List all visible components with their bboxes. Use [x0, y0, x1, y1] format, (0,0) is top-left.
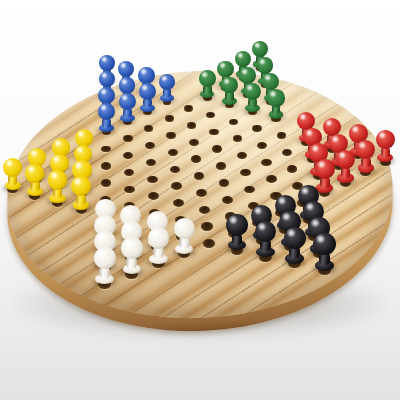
- peg-head: [119, 77, 136, 94]
- peg-head: [94, 247, 116, 269]
- board-hole[interactable]: [233, 135, 243, 142]
- peg-black[interactable]: [281, 227, 309, 270]
- peg-black[interactable]: [252, 221, 279, 263]
- peg-head: [159, 74, 176, 91]
- board-hole[interactable]: [252, 125, 261, 132]
- board-hole[interactable]: [123, 152, 133, 159]
- board-hole[interactable]: [184, 105, 193, 111]
- board-hole[interactable]: [203, 239, 215, 248]
- peg-head: [119, 93, 136, 110]
- peg-head: [139, 83, 156, 100]
- board-hole[interactable]: [257, 142, 267, 149]
- peg-head: [244, 83, 261, 100]
- peg-head: [315, 159, 335, 179]
- board-hole[interactable]: [187, 122, 196, 129]
- peg-white[interactable]: [118, 237, 146, 280]
- board-hole[interactable]: [101, 146, 111, 153]
- peg-head: [217, 61, 233, 77]
- peg-head: [252, 41, 268, 57]
- board-hole[interactable]: [261, 159, 271, 166]
- peg-blue[interactable]: [95, 103, 117, 137]
- board-hole[interactable]: [191, 155, 201, 162]
- board-hole[interactable]: [170, 166, 180, 173]
- peg-yellow[interactable]: [45, 170, 70, 208]
- board-hole[interactable]: [222, 196, 233, 204]
- peg-head: [99, 71, 115, 87]
- board-hole[interactable]: [266, 175, 277, 183]
- peg-head: [71, 176, 91, 196]
- peg-green[interactable]: [242, 83, 264, 116]
- board-hole[interactable]: [123, 135, 132, 142]
- board-hole[interactable]: [201, 222, 213, 230]
- peg-white[interactable]: [91, 247, 119, 290]
- peg-white[interactable]: [145, 227, 172, 269]
- peg-blue[interactable]: [137, 83, 158, 116]
- peg-head: [148, 227, 170, 249]
- peg-yellow[interactable]: [1, 158, 25, 195]
- peg-head: [255, 221, 277, 243]
- peg-blue[interactable]: [157, 74, 178, 106]
- peg-head: [267, 89, 284, 106]
- peg-head: [376, 130, 395, 149]
- board-hole[interactable]: [219, 179, 230, 187]
- board-hole[interactable]: [101, 162, 111, 169]
- board-hole[interactable]: [216, 162, 226, 169]
- board-hole[interactable]: [166, 132, 175, 139]
- peg-head: [336, 150, 356, 170]
- board-hole[interactable]: [229, 119, 238, 126]
- peg-head: [48, 170, 68, 190]
- holes-and-pegs-layer: [0, 0, 400, 400]
- peg-green[interactable]: [265, 89, 287, 123]
- peg-yellow[interactable]: [23, 164, 47, 202]
- peg-head: [3, 158, 22, 177]
- peg-head: [356, 140, 375, 159]
- peg-head: [138, 67, 154, 83]
- peg-yellow[interactable]: [69, 176, 94, 215]
- board-hole[interactable]: [282, 149, 292, 156]
- board-hole[interactable]: [173, 199, 184, 207]
- board-hole[interactable]: [165, 115, 174, 122]
- board-hole[interactable]: [194, 172, 205, 180]
- board-hole[interactable]: [237, 152, 247, 159]
- board-hole[interactable]: [148, 192, 159, 200]
- peg-head: [98, 103, 115, 120]
- board-hole[interactable]: [196, 189, 207, 197]
- board-hole[interactable]: [212, 145, 222, 152]
- board-hole[interactable]: [146, 159, 156, 166]
- peg-head: [99, 55, 115, 71]
- peg-black[interactable]: [224, 214, 251, 256]
- peg-head: [313, 233, 335, 255]
- peg-head: [98, 87, 115, 104]
- board-hole[interactable]: [206, 112, 215, 119]
- chinese-checkers-photo: [0, 0, 400, 400]
- peg-head: [284, 227, 306, 249]
- board-hole[interactable]: [145, 142, 155, 149]
- peg-head: [221, 77, 238, 94]
- peg-white[interactable]: [171, 218, 198, 260]
- peg-head: [121, 237, 143, 259]
- peg-green[interactable]: [219, 77, 240, 110]
- peg-black[interactable]: [311, 233, 339, 276]
- peg-head: [118, 61, 134, 77]
- board-hole[interactable]: [287, 165, 298, 173]
- board-hole[interactable]: [209, 129, 218, 136]
- board-hole[interactable]: [277, 132, 287, 139]
- peg-head: [235, 51, 251, 67]
- peg-head: [262, 73, 279, 90]
- board-hole[interactable]: [144, 125, 153, 132]
- peg-head: [199, 70, 216, 87]
- peg-head: [25, 164, 44, 183]
- board-hole[interactable]: [124, 186, 135, 194]
- peg-head: [226, 214, 247, 235]
- board-hole[interactable]: [147, 176, 158, 184]
- board-hole[interactable]: [171, 182, 182, 190]
- board-hole[interactable]: [124, 169, 134, 176]
- peg-green[interactable]: [197, 70, 218, 102]
- board-hole[interactable]: [240, 169, 251, 177]
- board-hole[interactable]: [244, 186, 255, 194]
- board-hole[interactable]: [168, 149, 178, 156]
- board-hole[interactable]: [101, 179, 112, 187]
- board-hole[interactable]: [189, 139, 199, 146]
- peg-head: [174, 218, 195, 239]
- peg-blue[interactable]: [117, 93, 139, 126]
- peg-head: [257, 57, 273, 73]
- peg-head: [239, 67, 256, 84]
- board-hole[interactable]: [199, 206, 210, 214]
